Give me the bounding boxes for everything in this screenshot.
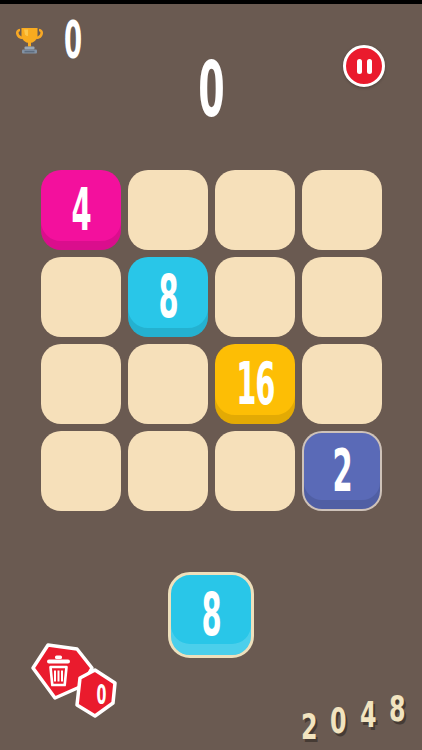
pause-button[interactable] xyxy=(343,45,385,87)
board-cell[interactable] xyxy=(302,344,382,424)
game-logo-2048: 2 0 4 8 xyxy=(297,697,409,745)
logo-digit: 0 xyxy=(330,704,347,739)
board-cell[interactable] xyxy=(302,170,382,250)
next-tile[interactable]: 8 xyxy=(168,572,254,658)
tile-value: 2 xyxy=(332,442,351,500)
board-cell[interactable] xyxy=(128,344,208,424)
score-value: 0 xyxy=(198,52,224,128)
board-cell[interactable] xyxy=(215,257,295,337)
logo-digit: 4 xyxy=(360,698,377,733)
tile-4[interactable]: 4 xyxy=(41,170,121,250)
trash-count-badge: 0 xyxy=(97,680,107,710)
trash-button[interactable]: 0 xyxy=(28,641,128,726)
board-cell[interactable] xyxy=(302,257,382,337)
trophy-icon xyxy=(16,26,43,54)
game-screen: 0 0 48162 8 0 2 0 4 8 xyxy=(0,0,422,750)
tile-16[interactable]: 16 xyxy=(215,344,295,424)
board-cell[interactable] xyxy=(215,170,295,250)
board-cell[interactable] xyxy=(41,431,121,511)
tile-value: 4 xyxy=(71,181,90,239)
board-cell[interactable] xyxy=(215,431,295,511)
board-cell[interactable] xyxy=(128,431,208,511)
board-cell[interactable] xyxy=(41,257,121,337)
game-board: 48162 xyxy=(41,170,382,511)
tile-2[interactable]: 2 xyxy=(302,431,382,511)
board-cell[interactable] xyxy=(41,344,121,424)
tile-8[interactable]: 8 xyxy=(128,257,208,337)
pause-icon xyxy=(367,59,372,74)
tile-value: 16 xyxy=(236,355,274,413)
tile-value: 8 xyxy=(158,268,177,326)
next-tile-value: 8 xyxy=(201,586,220,644)
status-bar-strip xyxy=(0,0,422,4)
logo-digit: 8 xyxy=(389,692,406,727)
pause-icon xyxy=(357,59,362,74)
logo-digit: 2 xyxy=(301,710,318,745)
board-cell[interactable] xyxy=(128,170,208,250)
